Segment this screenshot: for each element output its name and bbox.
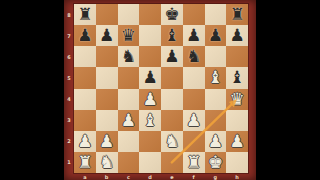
black-knight[interactable]: ♞ [121, 48, 136, 65]
white-pawn[interactable]: ♟ [99, 132, 114, 149]
rank-label-4: 4 [64, 89, 74, 110]
square-h6[interactable] [226, 46, 248, 67]
file-labels: abcdefgh [74, 173, 248, 180]
square-a2[interactable]: ♟ [74, 131, 96, 152]
square-h1[interactable] [226, 152, 248, 173]
square-c1[interactable] [118, 152, 140, 173]
square-a3[interactable] [74, 110, 96, 131]
white-king[interactable]: ♚ [208, 153, 223, 170]
square-b1[interactable]: ♞ [96, 152, 118, 173]
square-d3[interactable]: ♝ [139, 110, 161, 131]
square-f6[interactable]: ♞ [183, 46, 205, 67]
square-e6[interactable]: ♟ [161, 46, 183, 67]
black-bishop[interactable]: ♝ [164, 27, 179, 44]
black-pawn[interactable]: ♟ [230, 27, 245, 44]
square-f4[interactable] [183, 89, 205, 110]
square-c2[interactable] [118, 131, 140, 152]
square-e8[interactable]: ♚ [161, 4, 183, 25]
file-label-h: h [226, 173, 248, 180]
square-e4[interactable] [161, 89, 183, 110]
black-pawn[interactable]: ♟ [186, 27, 201, 44]
square-d2[interactable] [139, 131, 161, 152]
white-pawn[interactable]: ♟ [230, 132, 245, 149]
square-b7[interactable]: ♟ [96, 25, 118, 46]
chess-board: ♜♚♜♟♟♛♝♟♟♟♞♟♞♟♝♝♟♛♟♝♟♟♟♞♟♟♜♞♜♚ [74, 4, 248, 173]
file-label-f: f [183, 173, 205, 180]
white-knight[interactable]: ♞ [99, 153, 114, 170]
square-a6[interactable] [74, 46, 96, 67]
rank-label-8: 8 [64, 4, 74, 25]
square-d6[interactable] [139, 46, 161, 67]
square-c8[interactable] [118, 4, 140, 25]
square-d7[interactable] [139, 25, 161, 46]
square-f8[interactable] [183, 4, 205, 25]
square-a1[interactable]: ♜ [74, 152, 96, 173]
square-c3[interactable]: ♟ [118, 110, 140, 131]
black-pawn[interactable]: ♟ [77, 27, 92, 44]
square-e7[interactable]: ♝ [161, 25, 183, 46]
white-pawn[interactable]: ♟ [208, 132, 223, 149]
black-queen[interactable]: ♛ [121, 27, 136, 44]
square-b8[interactable] [96, 4, 118, 25]
rank-label-5: 5 [64, 67, 74, 88]
rank-labels: 87654321 [64, 4, 74, 173]
square-a7[interactable]: ♟ [74, 25, 96, 46]
white-knight[interactable]: ♞ [164, 132, 179, 149]
square-d1[interactable] [139, 152, 161, 173]
white-pawn[interactable]: ♟ [121, 111, 136, 128]
square-f2[interactable] [183, 131, 205, 152]
square-c6[interactable]: ♞ [118, 46, 140, 67]
white-bishop[interactable]: ♝ [208, 69, 223, 86]
square-h2[interactable]: ♟ [226, 131, 248, 152]
file-label-c: c [118, 173, 140, 180]
square-a5[interactable] [74, 67, 96, 88]
square-b4[interactable] [96, 89, 118, 110]
black-pawn[interactable]: ♟ [143, 69, 158, 86]
square-b2[interactable]: ♟ [96, 131, 118, 152]
white-pawn[interactable]: ♟ [77, 132, 92, 149]
black-rook[interactable]: ♜ [230, 6, 245, 23]
square-f3[interactable]: ♟ [183, 110, 205, 131]
file-label-b: b [96, 173, 118, 180]
rank-label-2: 2 [64, 131, 74, 152]
square-d4[interactable]: ♟ [139, 89, 161, 110]
square-a4[interactable] [74, 89, 96, 110]
square-e5[interactable] [161, 67, 183, 88]
square-h4[interactable]: ♛ [226, 89, 248, 110]
file-label-e: e [161, 173, 183, 180]
square-g6[interactable] [205, 46, 227, 67]
square-f5[interactable] [183, 67, 205, 88]
square-c5[interactable] [118, 67, 140, 88]
black-knight[interactable]: ♞ [186, 48, 201, 65]
black-pawn[interactable]: ♟ [99, 27, 114, 44]
black-king[interactable]: ♚ [164, 6, 179, 23]
file-label-a: a [74, 173, 96, 180]
letterboxed-stage: 87654321 abcdefgh ♜♚♜♟♟♛♝♟♟♟♞♟♞♟♝♝♟♛♟♝♟♟… [0, 0, 320, 180]
white-pawn[interactable]: ♟ [186, 111, 201, 128]
white-bishop[interactable]: ♝ [143, 111, 158, 128]
board-frame: 87654321 abcdefgh ♜♚♜♟♟♛♝♟♟♟♞♟♞♟♝♝♟♛♟♝♟♟… [64, 0, 256, 180]
file-label-g: g [205, 173, 227, 180]
square-g4[interactable] [205, 89, 227, 110]
square-g3[interactable] [205, 110, 227, 131]
square-b3[interactable] [96, 110, 118, 131]
rank-label-7: 7 [64, 25, 74, 46]
file-label-d: d [139, 173, 161, 180]
square-d5[interactable]: ♟ [139, 67, 161, 88]
square-h5[interactable]: ♝ [226, 67, 248, 88]
square-h3[interactable] [226, 110, 248, 131]
black-rook[interactable]: ♜ [77, 6, 92, 23]
square-f1[interactable]: ♜ [183, 152, 205, 173]
square-b6[interactable] [96, 46, 118, 67]
white-rook[interactable]: ♜ [186, 153, 201, 170]
white-pawn[interactable]: ♟ [143, 90, 158, 107]
rank-label-3: 3 [64, 110, 74, 131]
black-bishop[interactable]: ♝ [230, 69, 245, 86]
square-h8[interactable]: ♜ [226, 4, 248, 25]
square-d8[interactable] [139, 4, 161, 25]
square-g2[interactable]: ♟ [205, 131, 227, 152]
square-e1[interactable] [161, 152, 183, 173]
square-e3[interactable] [161, 110, 183, 131]
square-b5[interactable] [96, 67, 118, 88]
rank-label-1: 1 [64, 152, 74, 173]
square-c4[interactable] [118, 89, 140, 110]
square-f7[interactable]: ♟ [183, 25, 205, 46]
rank-label-6: 6 [64, 46, 74, 67]
square-c7[interactable]: ♛ [118, 25, 140, 46]
white-queen[interactable]: ♛ [230, 90, 245, 107]
square-h7[interactable]: ♟ [226, 25, 248, 46]
square-e2[interactable]: ♞ [161, 131, 183, 152]
white-rook[interactable]: ♜ [77, 153, 92, 170]
square-g5[interactable]: ♝ [205, 67, 227, 88]
square-g7[interactable]: ♟ [205, 25, 227, 46]
black-pawn[interactable]: ♟ [164, 48, 179, 65]
black-pawn[interactable]: ♟ [208, 27, 223, 44]
square-g8[interactable] [205, 4, 227, 25]
square-g1[interactable]: ♚ [205, 152, 227, 173]
square-a8[interactable]: ♜ [74, 4, 96, 25]
